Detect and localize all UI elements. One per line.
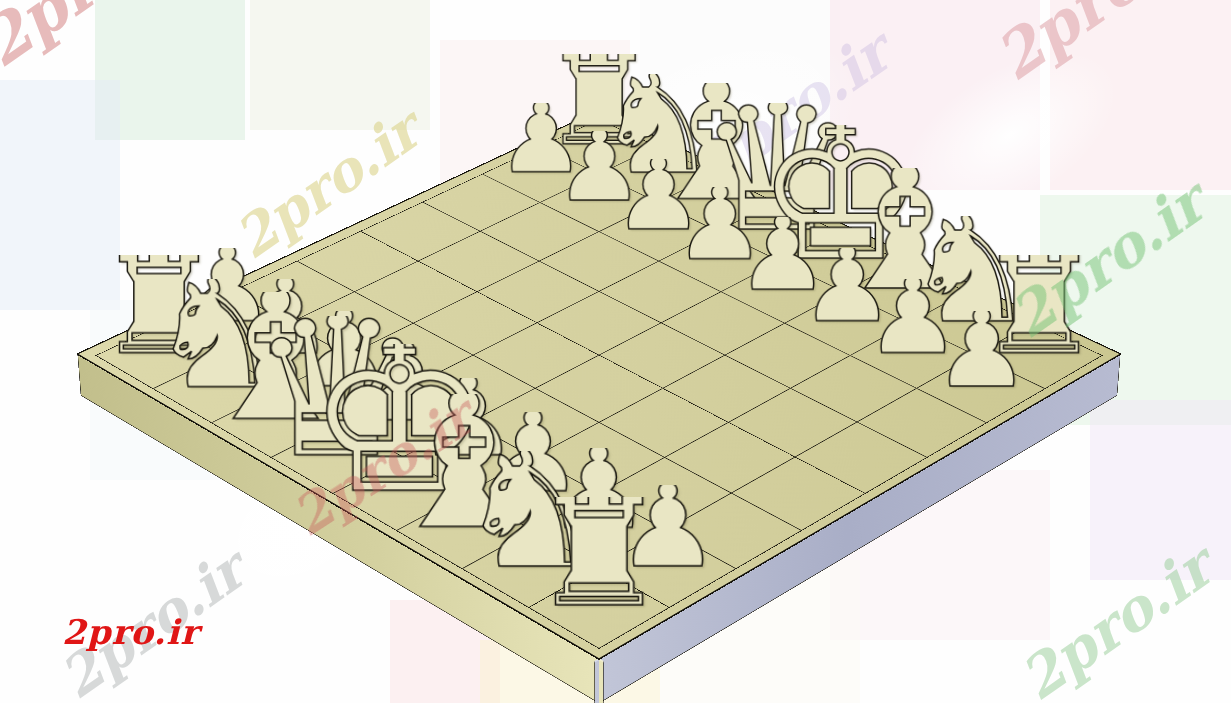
site-logo: 2pro.ir xyxy=(62,612,199,652)
chessboard-scene: ♜♞♝♛♚♝♞♜♟♟♟♟♟♟♟♟♟♟♟♟♟♟♟♟♜♞♝♛♚♝♞♜ xyxy=(0,0,1231,703)
white-rook: ♜ xyxy=(478,496,721,607)
chessboard: ♜♞♝♛♚♝♞♜♟♟♟♟♟♟♟♟♟♟♟♟♟♟♟♟♜♞♝♛♚♝♞♜ xyxy=(76,109,1123,660)
board-grid: ♜♞♝♛♚♝♞♜♟♟♟♟♟♟♟♟♟♟♟♟♟♟♟♟♜♞♝♛♚♝♞♜ xyxy=(95,119,1103,649)
cad-render-canvas: 2pro.ir 2pro.ir 2pro.ir 2pro.ir 2pro.ir … xyxy=(0,0,1231,703)
